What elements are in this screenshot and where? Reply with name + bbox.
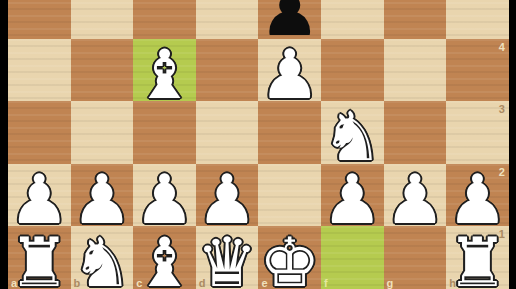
square-f3[interactable]: ♞ xyxy=(321,101,384,164)
piece-white-bishop[interactable]: ♝ xyxy=(133,226,196,289)
coord-file-c: c xyxy=(136,277,142,289)
square-h3[interactable]: 3 xyxy=(446,101,509,164)
coord-rank-2: 2 xyxy=(499,166,505,178)
square-b3[interactable] xyxy=(71,101,134,164)
piece-white-pawn[interactable]: ♟ xyxy=(133,164,196,227)
square-h5[interactable] xyxy=(446,0,509,39)
piece-white-knight[interactable]: ♞ xyxy=(321,101,384,164)
square-h1[interactable]: ♜h1 xyxy=(446,226,509,289)
coord-file-g: g xyxy=(387,277,394,289)
coord-file-h: h xyxy=(449,277,456,289)
square-e1[interactable]: ♚e xyxy=(258,226,321,289)
coord-file-a: a xyxy=(11,277,17,289)
square-b4[interactable] xyxy=(71,39,134,102)
square-f4[interactable] xyxy=(321,39,384,102)
square-c1[interactable]: ♝c xyxy=(133,226,196,289)
square-d5[interactable] xyxy=(196,0,259,39)
square-b2[interactable]: ♟ xyxy=(71,164,134,227)
coord-rank-4: 4 xyxy=(499,41,505,53)
piece-white-pawn[interactable]: ♟ xyxy=(8,164,71,227)
square-c2[interactable]: ♟ xyxy=(133,164,196,227)
piece-white-rook[interactable]: ♜ xyxy=(8,226,71,289)
square-h4[interactable]: 4 xyxy=(446,39,509,102)
square-a3[interactable] xyxy=(8,101,71,164)
square-h2[interactable]: ♟2 xyxy=(446,164,509,227)
square-e2[interactable] xyxy=(258,164,321,227)
coord-file-b: b xyxy=(74,277,81,289)
square-g2[interactable]: ♟ xyxy=(384,164,447,227)
video-frame: ♟♝♟4♞3♟♟♟♟♟♟♟2♜a♞b♝c♛d♚efg♜h1 xyxy=(0,0,516,289)
coord-rank-3: 3 xyxy=(499,103,505,115)
square-d4[interactable] xyxy=(196,39,259,102)
piece-white-pawn[interactable]: ♟ xyxy=(196,164,259,227)
square-f2[interactable]: ♟ xyxy=(321,164,384,227)
square-a5[interactable] xyxy=(8,0,71,39)
square-g4[interactable] xyxy=(384,39,447,102)
piece-black-pawn[interactable]: ♟ xyxy=(258,0,321,39)
coord-file-f: f xyxy=(324,277,328,289)
square-b1[interactable]: ♞b xyxy=(71,226,134,289)
coord-rank-1: 1 xyxy=(499,228,505,240)
square-a2[interactable]: ♟ xyxy=(8,164,71,227)
square-g3[interactable] xyxy=(384,101,447,164)
square-c5[interactable] xyxy=(133,0,196,39)
piece-white-king[interactable]: ♚ xyxy=(258,226,321,289)
square-a4[interactable] xyxy=(8,39,71,102)
square-b5[interactable] xyxy=(71,0,134,39)
square-d2[interactable]: ♟ xyxy=(196,164,259,227)
coord-file-d: d xyxy=(199,277,206,289)
square-e5[interactable]: ♟ xyxy=(258,0,321,39)
piece-white-bishop[interactable]: ♝ xyxy=(133,39,196,102)
square-g5[interactable] xyxy=(384,0,447,39)
square-f5[interactable] xyxy=(321,0,384,39)
square-c4[interactable]: ♝ xyxy=(133,39,196,102)
coord-file-e: e xyxy=(261,277,267,289)
square-d1[interactable]: ♛d xyxy=(196,226,259,289)
chess-board: ♟♝♟4♞3♟♟♟♟♟♟♟2♜a♞b♝c♛d♚efg♜h1 xyxy=(8,0,509,289)
piece-white-pawn[interactable]: ♟ xyxy=(321,164,384,227)
square-e4[interactable]: ♟ xyxy=(258,39,321,102)
square-a1[interactable]: ♜a xyxy=(8,226,71,289)
piece-white-pawn[interactable]: ♟ xyxy=(384,164,447,227)
piece-white-pawn[interactable]: ♟ xyxy=(71,164,134,227)
square-d3[interactable] xyxy=(196,101,259,164)
piece-white-pawn[interactable]: ♟ xyxy=(258,39,321,102)
